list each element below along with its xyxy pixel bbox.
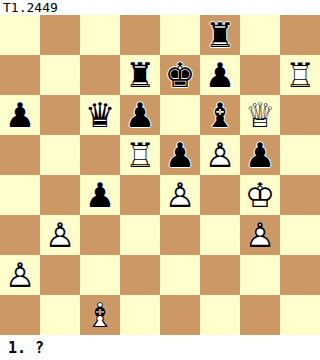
- square-d8[interactable]: [120, 15, 160, 55]
- black-bishop: ♝: [200, 95, 240, 135]
- piece-glyph: ♟: [165, 138, 195, 172]
- square-e7[interactable]: ♚: [160, 55, 200, 95]
- status-bar: 1. ?: [0, 335, 320, 360]
- square-d7[interactable]: ♜: [120, 55, 160, 95]
- white-pawn: ♟♙: [160, 175, 200, 215]
- square-b2[interactable]: [40, 255, 80, 295]
- square-f6[interactable]: ♝: [200, 95, 240, 135]
- white-pawn: ♟♙: [0, 255, 40, 295]
- square-c8[interactable]: [80, 15, 120, 55]
- square-c6[interactable]: ♛: [80, 95, 120, 135]
- square-f1[interactable]: [200, 295, 240, 335]
- piece-glyph: ♟: [5, 98, 35, 132]
- piece-glyph: ♟: [245, 138, 275, 172]
- black-pawn: ♟: [160, 135, 200, 175]
- square-d2[interactable]: [120, 255, 160, 295]
- square-c1[interactable]: ♝♗: [80, 295, 120, 335]
- square-h7[interactable]: ♜♖: [280, 55, 320, 95]
- square-c3[interactable]: [80, 215, 120, 255]
- square-b5[interactable]: [40, 135, 80, 175]
- square-g7[interactable]: [240, 55, 280, 95]
- black-pawn: ♟: [120, 95, 160, 135]
- white-rook: ♜♖: [280, 55, 320, 95]
- square-h4[interactable]: [280, 175, 320, 215]
- piece-glyph: ♗: [85, 298, 115, 332]
- square-g6[interactable]: ♛♕: [240, 95, 280, 135]
- square-b4[interactable]: [40, 175, 80, 215]
- piece-glyph: ♛: [85, 98, 115, 132]
- square-c7[interactable]: [80, 55, 120, 95]
- square-e1[interactable]: [160, 295, 200, 335]
- black-rook: ♜: [200, 15, 240, 55]
- piece-glyph: ♙: [45, 218, 75, 252]
- square-g8[interactable]: [240, 15, 280, 55]
- square-f8[interactable]: ♜: [200, 15, 240, 55]
- square-e4[interactable]: ♟♙: [160, 175, 200, 215]
- square-e8[interactable]: [160, 15, 200, 55]
- piece-glyph: ♙: [205, 138, 235, 172]
- square-d5[interactable]: ♜♖: [120, 135, 160, 175]
- piece-glyph: ♙: [5, 258, 35, 292]
- square-a3[interactable]: [0, 215, 40, 255]
- square-a4[interactable]: [0, 175, 40, 215]
- square-b7[interactable]: [40, 55, 80, 95]
- square-f4[interactable]: [200, 175, 240, 215]
- piece-glyph: ♖: [125, 138, 155, 172]
- square-e5[interactable]: ♟: [160, 135, 200, 175]
- white-pawn: ♟♙: [40, 215, 80, 255]
- piece-glyph: ♖: [285, 58, 315, 92]
- piece-glyph: ♟: [205, 58, 235, 92]
- piece-glyph: ♟: [125, 98, 155, 132]
- square-g5[interactable]: ♟: [240, 135, 280, 175]
- piece-glyph: ♜: [125, 58, 155, 92]
- piece-glyph: ♙: [165, 178, 195, 212]
- square-b1[interactable]: [40, 295, 80, 335]
- square-f2[interactable]: [200, 255, 240, 295]
- square-a7[interactable]: [0, 55, 40, 95]
- piece-glyph: ♚: [165, 58, 195, 92]
- square-c4[interactable]: ♟: [80, 175, 120, 215]
- square-a5[interactable]: [0, 135, 40, 175]
- piece-glyph: ♙: [245, 218, 275, 252]
- black-pawn: ♟: [0, 95, 40, 135]
- square-d4[interactable]: [120, 175, 160, 215]
- square-b3[interactable]: ♟♙: [40, 215, 80, 255]
- piece-glyph: ♝: [205, 98, 235, 132]
- black-pawn: ♟: [80, 175, 120, 215]
- white-king: ♚♔: [240, 175, 280, 215]
- square-g3[interactable]: ♟♙: [240, 215, 280, 255]
- square-e3[interactable]: [160, 215, 200, 255]
- square-b6[interactable]: [40, 95, 80, 135]
- piece-glyph: ♟: [85, 178, 115, 212]
- square-c5[interactable]: [80, 135, 120, 175]
- square-g1[interactable]: [240, 295, 280, 335]
- chess-board: ♜♜♚♟♜♖♟♛♟♝♛♕♜♖♟♟♙♟♟♟♙♚♔♟♙♟♙♟♙♝♗: [0, 15, 320, 335]
- square-h2[interactable]: [280, 255, 320, 295]
- square-h1[interactable]: [280, 295, 320, 335]
- square-h5[interactable]: [280, 135, 320, 175]
- piece-glyph: ♜: [205, 18, 235, 52]
- square-a6[interactable]: ♟: [0, 95, 40, 135]
- square-g4[interactable]: ♚♔: [240, 175, 280, 215]
- square-e6[interactable]: [160, 95, 200, 135]
- black-queen: ♛: [80, 95, 120, 135]
- move-prompt: 1. ?: [8, 339, 44, 357]
- square-a8[interactable]: [0, 15, 40, 55]
- square-h8[interactable]: [280, 15, 320, 55]
- black-rook: ♜: [120, 55, 160, 95]
- black-pawn: ♟: [200, 55, 240, 95]
- piece-glyph: ♔: [245, 178, 275, 212]
- square-f5[interactable]: ♟♙: [200, 135, 240, 175]
- title-bar: T1.2449: [0, 0, 320, 15]
- square-f7[interactable]: ♟: [200, 55, 240, 95]
- black-pawn: ♟: [240, 135, 280, 175]
- square-e2[interactable]: [160, 255, 200, 295]
- square-c2[interactable]: [80, 255, 120, 295]
- square-a1[interactable]: [0, 295, 40, 335]
- square-g2[interactable]: [240, 255, 280, 295]
- square-d3[interactable]: [120, 215, 160, 255]
- square-d1[interactable]: [120, 295, 160, 335]
- square-h3[interactable]: [280, 215, 320, 255]
- white-rook: ♜♖: [120, 135, 160, 175]
- white-pawn: ♟♙: [240, 215, 280, 255]
- white-bishop: ♝♗: [80, 295, 120, 335]
- square-b8[interactable]: [40, 15, 80, 55]
- white-queen: ♛♕: [240, 95, 280, 135]
- white-pawn: ♟♙: [200, 135, 240, 175]
- black-king: ♚: [160, 55, 200, 95]
- square-d6[interactable]: ♟: [120, 95, 160, 135]
- puzzle-id: T1.2449: [3, 0, 58, 15]
- square-f3[interactable]: [200, 215, 240, 255]
- square-h6[interactable]: [280, 95, 320, 135]
- piece-glyph: ♕: [245, 98, 275, 132]
- square-a2[interactable]: ♟♙: [0, 255, 40, 295]
